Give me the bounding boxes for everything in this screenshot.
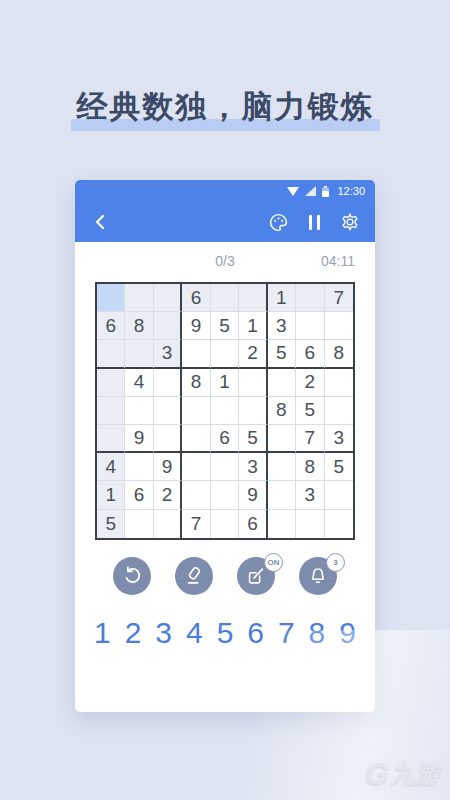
cell-r6c4[interactable]: [182, 425, 210, 453]
cell-r4c4[interactable]: 8: [182, 369, 210, 397]
numpad-2[interactable]: 2: [125, 618, 142, 648]
cell-r3c6[interactable]: 2: [239, 340, 267, 368]
cell-r9c4[interactable]: 7: [182, 510, 210, 538]
cell-r4c5[interactable]: 1: [211, 369, 239, 397]
cell-r4c3[interactable]: [154, 369, 182, 397]
cell-r9c3[interactable]: [154, 510, 182, 538]
pause-icon[interactable]: [303, 211, 325, 233]
cell-r9c5[interactable]: [211, 510, 239, 538]
cell-r5c2[interactable]: [125, 397, 153, 425]
numpad-6[interactable]: 6: [247, 618, 264, 648]
cell-r8c5[interactable]: [211, 481, 239, 509]
cell-r7c4[interactable]: [182, 453, 210, 481]
cell-r2c8[interactable]: [296, 312, 324, 340]
page-title: 经典数独，脑力锻炼: [77, 86, 374, 128]
cell-r3c8[interactable]: 6: [296, 340, 324, 368]
cell-r4c8[interactable]: 2: [296, 369, 324, 397]
cell-r7c2[interactable]: [125, 453, 153, 481]
cell-r8c6[interactable]: 9: [239, 481, 267, 509]
cell-r2c4[interactable]: 9: [182, 312, 210, 340]
back-icon[interactable]: [89, 211, 111, 233]
cell-r1c4[interactable]: 6: [182, 284, 210, 312]
toolbar: ON 3: [113, 557, 337, 595]
settings-gear-icon[interactable]: [339, 211, 361, 233]
cell-r5c7[interactable]: 8: [268, 397, 296, 425]
cell-r7c3[interactable]: 9: [154, 453, 182, 481]
nav-bar: [75, 202, 375, 242]
app-header: 12:30: [75, 180, 375, 242]
numpad-5[interactable]: 5: [217, 618, 234, 648]
cell-r8c7[interactable]: [268, 481, 296, 509]
cell-r5c1[interactable]: [97, 397, 125, 425]
cell-r9c9[interactable]: [325, 510, 353, 538]
cell-r2c9[interactable]: [325, 312, 353, 340]
cell-r3c5[interactable]: [211, 340, 239, 368]
cell-r7c7[interactable]: [268, 453, 296, 481]
cell-r6c5[interactable]: 6: [211, 425, 239, 453]
cell-r9c6[interactable]: 6: [239, 510, 267, 538]
cell-r8c8[interactable]: 3: [296, 481, 324, 509]
cell-r1c1[interactable]: [97, 284, 125, 312]
cell-r1c9[interactable]: 7: [325, 284, 353, 312]
cell-r4c9[interactable]: [325, 369, 353, 397]
numpad-1[interactable]: 1: [94, 618, 111, 648]
hud: 0/3 04:11: [75, 242, 375, 282]
cell-r9c2[interactable]: [125, 510, 153, 538]
notes-button[interactable]: ON: [237, 557, 275, 595]
battery-icon: [322, 186, 329, 197]
theme-palette-icon[interactable]: [267, 211, 289, 233]
numpad-3[interactable]: 3: [155, 618, 172, 648]
cell-r6c9[interactable]: 3: [325, 425, 353, 453]
cell-r2c3[interactable]: [154, 312, 182, 340]
cell-r4c1[interactable]: [97, 369, 125, 397]
numpad-7[interactable]: 7: [278, 618, 295, 648]
cell-r1c5[interactable]: [211, 284, 239, 312]
page-title-wrap: 经典数独，脑力锻炼: [0, 86, 450, 128]
cell-r2c1[interactable]: 6: [97, 312, 125, 340]
eraser-button[interactable]: [175, 557, 213, 595]
cell-r1c3[interactable]: [154, 284, 182, 312]
cell-r5c4[interactable]: [182, 397, 210, 425]
status-time: 12:30: [337, 185, 365, 197]
phone-screenshot: 12:30 0/3 04:11 617689513325684812859657: [75, 180, 375, 712]
numpad-9[interactable]: 9: [339, 618, 356, 648]
cell-r1c6[interactable]: [239, 284, 267, 312]
hint-count-badge: 3: [326, 553, 345, 572]
cell-r5c9[interactable]: [325, 397, 353, 425]
page-title-text: 经典数独，脑力锻炼: [77, 89, 374, 124]
watermark-logo: G: [363, 759, 391, 789]
cell-r7c6[interactable]: 3: [239, 453, 267, 481]
cell-r1c8[interactable]: [296, 284, 324, 312]
cell-r2c5[interactable]: 5: [211, 312, 239, 340]
cell-r3c1[interactable]: [97, 340, 125, 368]
cell-r5c3[interactable]: [154, 397, 182, 425]
game-timer: 04:11: [321, 253, 355, 269]
cell-r3c3[interactable]: 3: [154, 340, 182, 368]
cell-r8c9[interactable]: [325, 481, 353, 509]
sudoku-grid: 61768951332568481285965734938516293576: [95, 282, 355, 540]
cell-r7c1[interactable]: 4: [97, 453, 125, 481]
cell-r6c3[interactable]: [154, 425, 182, 453]
signal-icon: [305, 186, 316, 196]
numpad-4[interactable]: 4: [186, 618, 203, 648]
cell-r9c8[interactable]: [296, 510, 324, 538]
cell-r2c6[interactable]: 1: [239, 312, 267, 340]
cell-r1c2[interactable]: [125, 284, 153, 312]
hint-bell-button[interactable]: 3: [299, 557, 337, 595]
cell-r9c1[interactable]: 5: [97, 510, 125, 538]
notes-on-badge: ON: [264, 553, 283, 572]
cell-r4c6[interactable]: [239, 369, 267, 397]
cell-r7c5[interactable]: [211, 453, 239, 481]
numpad-8[interactable]: 8: [309, 618, 326, 648]
undo-button[interactable]: [113, 557, 151, 595]
cell-r3c2[interactable]: [125, 340, 153, 368]
watermark-text: 九游: [390, 758, 440, 790]
cell-r6c2[interactable]: 9: [125, 425, 153, 453]
cell-r2c2[interactable]: 8: [125, 312, 153, 340]
cell-r6c7[interactable]: [268, 425, 296, 453]
cell-r5c8[interactable]: 5: [296, 397, 324, 425]
cell-r5c6[interactable]: [239, 397, 267, 425]
number-pad: 123456789: [94, 618, 356, 648]
cell-r4c7[interactable]: [268, 369, 296, 397]
cell-r6c8[interactable]: 7: [296, 425, 324, 453]
cell-r1c7[interactable]: 1: [268, 284, 296, 312]
cell-r7c8[interactable]: 8: [296, 453, 324, 481]
cell-r4c2[interactable]: 4: [125, 369, 153, 397]
cell-r3c9[interactable]: 8: [325, 340, 353, 368]
status-bar: 12:30: [75, 180, 375, 202]
cell-r8c3[interactable]: 2: [154, 481, 182, 509]
cell-r2c7[interactable]: 3: [268, 312, 296, 340]
cell-r8c1[interactable]: 1: [97, 481, 125, 509]
cell-r8c2[interactable]: 6: [125, 481, 153, 509]
cell-r3c4[interactable]: [182, 340, 210, 368]
cell-r5c5[interactable]: [211, 397, 239, 425]
cell-r6c6[interactable]: 5: [239, 425, 267, 453]
watermark: G 九游: [365, 758, 440, 790]
cell-r9c7[interactable]: [268, 510, 296, 538]
cell-r3c7[interactable]: 5: [268, 340, 296, 368]
cell-r7c9[interactable]: 5: [325, 453, 353, 481]
wifi-icon: [287, 187, 299, 196]
cell-r8c4[interactable]: [182, 481, 210, 509]
cell-r6c1[interactable]: [97, 425, 125, 453]
